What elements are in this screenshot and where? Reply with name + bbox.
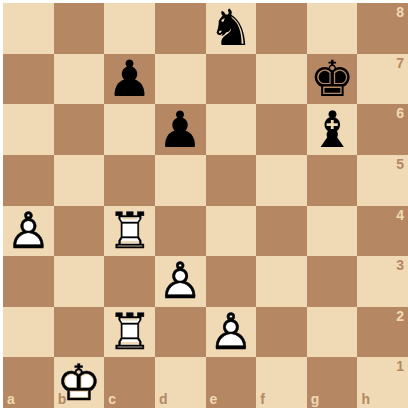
square-e7[interactable] (206, 54, 257, 105)
square-a5[interactable] (3, 155, 54, 206)
square-a2[interactable] (3, 307, 54, 358)
square-h5[interactable]: 5 (357, 155, 408, 206)
black-pawn-icon: ♟ (155, 104, 206, 155)
square-e4[interactable] (206, 206, 257, 257)
square-f5[interactable] (256, 155, 307, 206)
white-rook-piece[interactable]: ♜♖ (104, 206, 155, 257)
square-g7[interactable]: ♚ (307, 54, 358, 105)
rank-label-2: 2 (396, 309, 404, 323)
square-a6[interactable] (3, 104, 54, 155)
white-rook-outline-icon: ♖ (104, 206, 155, 257)
square-d7[interactable] (155, 54, 206, 105)
square-b6[interactable] (54, 104, 105, 155)
square-a7[interactable] (3, 54, 54, 105)
file-label-f: f (260, 392, 265, 406)
square-h3[interactable]: 3 (357, 256, 408, 307)
square-e1[interactable]: e (206, 357, 257, 408)
white-king-piece[interactable]: ♚♔ (54, 357, 105, 408)
square-b3[interactable] (54, 256, 105, 307)
rank-label-3: 3 (396, 258, 404, 272)
square-b8[interactable] (54, 3, 105, 54)
square-g1[interactable]: g (307, 357, 358, 408)
white-pawn-piece[interactable]: ♟♙ (155, 256, 206, 307)
square-f6[interactable] (256, 104, 307, 155)
square-f4[interactable] (256, 206, 307, 257)
square-f1[interactable]: f (256, 357, 307, 408)
square-a8[interactable] (3, 3, 54, 54)
square-h4[interactable]: 4 (357, 206, 408, 257)
square-d8[interactable] (155, 3, 206, 54)
square-g6[interactable]: ♝ (307, 104, 358, 155)
square-h6[interactable]: 6 (357, 104, 408, 155)
square-f2[interactable] (256, 307, 307, 358)
square-e8[interactable]: ♞ (206, 3, 257, 54)
rank-label-7: 7 (396, 56, 404, 70)
black-king-icon: ♚ (307, 54, 358, 105)
square-e6[interactable] (206, 104, 257, 155)
white-rook-outline-icon: ♖ (104, 307, 155, 358)
square-d5[interactable] (155, 155, 206, 206)
square-c4[interactable]: ♜♖ (104, 206, 155, 257)
square-c3[interactable] (104, 256, 155, 307)
white-pawn-outline-icon: ♙ (3, 206, 54, 257)
file-label-h: h (361, 392, 370, 406)
square-d4[interactable] (155, 206, 206, 257)
white-pawn-outline-icon: ♙ (155, 256, 206, 307)
square-h8[interactable]: 8 (357, 3, 408, 54)
square-g2[interactable] (307, 307, 358, 358)
square-e2[interactable]: ♟♙ (206, 307, 257, 358)
black-king-piece[interactable]: ♚ (307, 54, 358, 105)
square-e5[interactable] (206, 155, 257, 206)
square-h2[interactable]: 2 (357, 307, 408, 358)
square-f8[interactable] (256, 3, 307, 54)
chess-board-frame: ♞8♟♚7♟♝65♟♙♜♖4♟♙3♜♖♟♙2ab♚♔cdefgh1 (0, 0, 408, 408)
square-f3[interactable] (256, 256, 307, 307)
square-b4[interactable] (54, 206, 105, 257)
black-pawn-icon: ♟ (104, 54, 155, 105)
square-d3[interactable]: ♟♙ (155, 256, 206, 307)
square-g4[interactable] (307, 206, 358, 257)
file-label-e: e (210, 392, 218, 406)
file-label-a: a (7, 392, 15, 406)
square-c1[interactable]: c (104, 357, 155, 408)
rank-label-6: 6 (396, 106, 404, 120)
file-label-g: g (311, 392, 320, 406)
square-b2[interactable] (54, 307, 105, 358)
square-d2[interactable] (155, 307, 206, 358)
square-c8[interactable] (104, 3, 155, 54)
black-bishop-piece[interactable]: ♝ (307, 104, 358, 155)
white-rook-piece[interactable]: ♜♖ (104, 307, 155, 358)
file-label-c: c (108, 392, 116, 406)
black-knight-piece[interactable]: ♞ (206, 3, 257, 54)
square-d1[interactable]: d (155, 357, 206, 408)
square-f7[interactable] (256, 54, 307, 105)
square-a1[interactable]: a (3, 357, 54, 408)
square-h1[interactable]: h1 (357, 357, 408, 408)
square-b7[interactable] (54, 54, 105, 105)
square-c5[interactable] (104, 155, 155, 206)
square-g5[interactable] (307, 155, 358, 206)
square-e3[interactable] (206, 256, 257, 307)
rank-label-5: 5 (396, 157, 404, 171)
white-pawn-piece[interactable]: ♟♙ (3, 206, 54, 257)
black-knight-icon: ♞ (206, 3, 257, 54)
square-a3[interactable] (3, 256, 54, 307)
white-pawn-outline-icon: ♙ (206, 307, 257, 358)
rank-label-8: 8 (396, 5, 404, 19)
white-pawn-piece[interactable]: ♟♙ (206, 307, 257, 358)
square-a4[interactable]: ♟♙ (3, 206, 54, 257)
rank-label-4: 4 (396, 208, 404, 222)
black-bishop-icon: ♝ (307, 104, 358, 155)
black-pawn-piece[interactable]: ♟ (155, 104, 206, 155)
chess-board: ♞8♟♚7♟♝65♟♙♜♖4♟♙3♜♖♟♙2ab♚♔cdefgh1 (3, 3, 408, 408)
square-c6[interactable] (104, 104, 155, 155)
square-g8[interactable] (307, 3, 358, 54)
file-label-d: d (159, 392, 168, 406)
square-d6[interactable]: ♟ (155, 104, 206, 155)
rank-label-1: 1 (396, 359, 404, 373)
square-c2[interactable]: ♜♖ (104, 307, 155, 358)
square-c7[interactable]: ♟ (104, 54, 155, 105)
square-g3[interactable] (307, 256, 358, 307)
white-king-outline-icon: ♔ (54, 357, 105, 408)
square-b5[interactable] (54, 155, 105, 206)
square-b1[interactable]: b♚♔ (54, 357, 105, 408)
square-h7[interactable]: 7 (357, 54, 408, 105)
black-pawn-piece[interactable]: ♟ (104, 54, 155, 105)
